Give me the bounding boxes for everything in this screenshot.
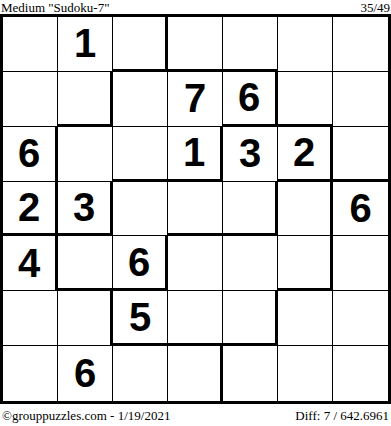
cell-r4c2[interactable]: 3 xyxy=(58,182,113,237)
cell-r1c1[interactable] xyxy=(3,17,58,72)
cell-r1c7[interactable] xyxy=(333,17,388,72)
cell-r4c4[interactable] xyxy=(168,182,223,237)
cell-r5c4[interactable] xyxy=(168,236,223,291)
cell-r6c6[interactable] xyxy=(278,291,333,346)
puzzle-footer: © grouppuzzles.com - 1/19/2021 Diff: 7 /… xyxy=(0,404,391,426)
puzzle-header: Medium "Sudoku-7" 35/49 xyxy=(0,0,391,14)
cell-r7c5[interactable] xyxy=(223,346,278,401)
cell-r6c2[interactable] xyxy=(58,291,113,346)
cell-r5c7[interactable] xyxy=(333,236,388,291)
cell-r2c1[interactable] xyxy=(3,72,58,127)
cell-r7c7[interactable] xyxy=(333,346,388,401)
cell-r6c1[interactable] xyxy=(3,291,58,346)
cell-r2c6[interactable] xyxy=(278,72,333,127)
puzzle-page: Medium "Sudoku-7" 35/49 17661322364656 ©… xyxy=(0,0,391,426)
cell-r6c4[interactable] xyxy=(168,291,223,346)
cell-r1c4[interactable] xyxy=(168,17,223,72)
puzzle-title: Medium "Sudoku-7" xyxy=(1,1,109,14)
cell-r7c2[interactable]: 6 xyxy=(58,346,113,401)
cell-r6c3[interactable]: 5 xyxy=(113,291,168,346)
cell-r5c3[interactable]: 6 xyxy=(113,236,168,291)
cell-r3c4[interactable]: 1 xyxy=(168,127,223,182)
cell-r3c2[interactable] xyxy=(58,127,113,182)
cell-r4c7[interactable]: 6 xyxy=(333,182,388,237)
cell-r1c5[interactable] xyxy=(223,17,278,72)
copyright-text: grouppuzzles.com - 1/19/2021 xyxy=(12,408,171,424)
cell-r2c2[interactable] xyxy=(58,72,113,127)
cell-r5c2[interactable] xyxy=(58,236,113,291)
sudoku-board: 17661322364656 xyxy=(0,14,391,404)
copyright-icon: © xyxy=(2,408,12,424)
cell-r2c3[interactable] xyxy=(113,72,168,127)
copyright-line: © grouppuzzles.com - 1/19/2021 xyxy=(2,408,170,424)
cell-r2c5[interactable]: 6 xyxy=(223,72,278,127)
cell-r6c7[interactable] xyxy=(333,291,388,346)
cell-r3c1[interactable]: 6 xyxy=(3,127,58,182)
cell-r5c6[interactable] xyxy=(278,236,333,291)
cell-r5c5[interactable] xyxy=(223,236,278,291)
cell-r5c1[interactable]: 4 xyxy=(3,236,58,291)
puzzle-counter: 35/49 xyxy=(360,1,390,14)
cell-r2c4[interactable]: 7 xyxy=(168,72,223,127)
cell-r1c6[interactable] xyxy=(278,17,333,72)
cell-r6c5[interactable] xyxy=(223,291,278,346)
cell-r4c3[interactable] xyxy=(113,182,168,237)
cell-r3c3[interactable] xyxy=(113,127,168,182)
difficulty-text: Diff: 7 / 642.6961 xyxy=(295,408,389,424)
cell-r4c5[interactable] xyxy=(223,182,278,237)
cell-r3c7[interactable] xyxy=(333,127,388,182)
cell-r7c1[interactable] xyxy=(3,346,58,401)
cell-r4c6[interactable] xyxy=(278,182,333,237)
cell-r7c6[interactable] xyxy=(278,346,333,401)
cell-r1c3[interactable] xyxy=(113,17,168,72)
cell-r7c3[interactable] xyxy=(113,346,168,401)
cell-r1c2[interactable]: 1 xyxy=(58,17,113,72)
cell-r3c6[interactable]: 2 xyxy=(278,127,333,182)
cell-r3c5[interactable]: 3 xyxy=(223,127,278,182)
cell-r2c7[interactable] xyxy=(333,72,388,127)
cell-r7c4[interactable] xyxy=(168,346,223,401)
cell-r4c1[interactable]: 2 xyxy=(3,182,58,237)
